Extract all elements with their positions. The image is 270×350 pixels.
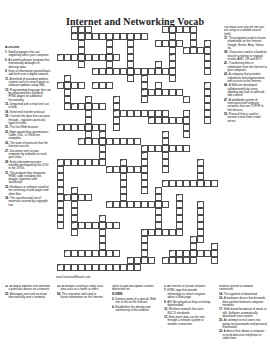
cell-number: 38 xyxy=(163,180,166,182)
clue-item: 54. The consumer tool used to locate inf… xyxy=(57,293,104,300)
grid-cell xyxy=(64,54,71,61)
cell-number: 35 xyxy=(121,159,124,161)
cell-number: 6 xyxy=(72,33,73,35)
clue-number: 41. xyxy=(224,61,229,65)
clue-item: 15. Unwanted junk e-mail sent out in bul… xyxy=(5,103,51,110)
clue-item: 10. Wireless network that uses 802.11 st… xyxy=(164,308,211,315)
grid-cell xyxy=(78,124,85,131)
grid-cell xyxy=(141,243,148,250)
cell-number: 28 xyxy=(58,124,61,126)
grid-cell xyxy=(78,61,85,68)
grid-cell xyxy=(176,222,183,229)
clue-item: 53. A network covering a small local are… xyxy=(57,285,104,292)
grid-cell xyxy=(155,194,162,201)
grid-cell xyxy=(57,187,64,194)
grid-cell xyxy=(204,47,211,54)
grid-cell xyxy=(92,54,99,61)
cell-number: 46 xyxy=(72,222,75,224)
grid-cell xyxy=(78,82,85,89)
grid-cell xyxy=(169,68,176,75)
grid-cell xyxy=(113,54,120,61)
grid-cell xyxy=(169,117,176,124)
grid-cell xyxy=(85,33,92,40)
clue-number: 46. xyxy=(224,83,229,87)
clue-item: 11. A method of providing website conten… xyxy=(5,78,51,88)
grid-cell xyxy=(197,166,204,173)
cell-number: 32 xyxy=(142,145,145,147)
clue-number: 16. xyxy=(219,296,224,300)
grid-cell xyxy=(155,145,162,152)
cell-number: 25 xyxy=(72,103,75,105)
clue-number: 8. xyxy=(164,300,167,304)
clue-number: 43. xyxy=(224,72,229,76)
grid-cell xyxy=(85,117,92,124)
grid-cell xyxy=(85,26,92,33)
grid-cell xyxy=(106,250,113,257)
clue-number: 27. xyxy=(5,149,10,153)
cell-number: 30 xyxy=(163,131,166,133)
grid-cell xyxy=(64,82,71,89)
grid-cell xyxy=(127,138,134,145)
grid-cell xyxy=(92,222,99,229)
grid-cell xyxy=(155,117,162,124)
clue-number: 10. xyxy=(164,307,169,311)
cell-number: 10 xyxy=(205,40,208,42)
cell-number: 17 xyxy=(142,75,145,77)
grid-cell xyxy=(190,40,197,47)
clue-column-bottom-5: network system or modem connection.14. T… xyxy=(219,285,267,346)
clue-continuation: can make sure that the site you are usin… xyxy=(224,26,268,36)
clue-number: 34. xyxy=(5,196,10,200)
grid-cell xyxy=(183,26,190,33)
grid-cell xyxy=(106,82,113,89)
clue-number: 47. xyxy=(224,98,229,102)
clue-item: 26. The suite of protocols that the Inte… xyxy=(5,142,51,149)
grid-cell xyxy=(176,26,183,33)
grid-cell xyxy=(176,250,183,257)
grid-cell xyxy=(106,47,113,54)
clue-section-header: DOWN xyxy=(112,293,158,297)
grid-cell xyxy=(78,264,85,271)
clue-section-header: ACROSS xyxy=(5,46,51,50)
grid-cell xyxy=(134,138,141,145)
grid-cell xyxy=(141,82,148,89)
grid-cell xyxy=(190,250,197,257)
grid-cell xyxy=(78,103,85,110)
clue-item: 37. The programs used to locate informat… xyxy=(224,37,268,50)
grid-cell xyxy=(169,75,176,82)
grid-cell xyxy=(64,159,71,166)
grid-cell xyxy=(141,173,148,180)
grid-cell xyxy=(155,110,162,117)
cell-number: 29 xyxy=(100,131,103,133)
clue-continuation: network system or modem connection. xyxy=(219,285,267,292)
grid-cell xyxy=(99,152,106,159)
grid-cell xyxy=(190,47,197,54)
grid-cell xyxy=(155,201,162,208)
clue-item: 51. A unique address that identifies a p… xyxy=(5,285,51,292)
grid-cell xyxy=(176,208,183,215)
grid-cell xyxy=(64,124,71,131)
clue-number: 37. xyxy=(224,36,229,40)
grid-cell xyxy=(71,215,78,222)
clue-number: 53. xyxy=(57,285,62,288)
grid-cell xyxy=(120,68,127,75)
grid-cell xyxy=(211,180,218,187)
grid-cell xyxy=(183,257,190,264)
grid-cell xyxy=(106,61,113,68)
clue-column-left: ACROSS1. Small programs that can negativ… xyxy=(5,46,51,273)
cell-number: 12 xyxy=(58,54,61,56)
grid-cell xyxy=(155,215,162,222)
clue-item: 2. Domain name of a specific Web site or… xyxy=(112,298,158,305)
grid-cell xyxy=(204,110,211,117)
clue-number: 31. xyxy=(5,171,10,175)
cell-number: 19 xyxy=(93,82,96,84)
grid-cell xyxy=(99,54,106,61)
grid-cell xyxy=(120,173,127,180)
clue-number: 9. xyxy=(5,69,8,73)
clue-item: 41. Transferring files or information fr… xyxy=(224,62,268,72)
grid-cell xyxy=(183,117,190,124)
grid-cell xyxy=(134,257,141,264)
clue-number: 15. xyxy=(5,102,10,106)
grid-cell xyxy=(141,257,148,264)
grid-cell xyxy=(176,215,183,222)
grid-cell xyxy=(71,82,78,89)
grid-cell xyxy=(204,103,211,110)
grid-cell xyxy=(148,110,155,117)
grid-cell xyxy=(113,201,120,208)
grid-cell xyxy=(85,131,92,138)
grid-cell xyxy=(183,110,190,117)
grid-cell xyxy=(141,159,148,166)
grid-cell xyxy=(78,222,85,229)
grid-cell xyxy=(204,61,211,68)
grid-cell xyxy=(113,103,120,110)
grid-cell xyxy=(141,236,148,243)
grid-cell xyxy=(71,229,78,236)
grid-cell xyxy=(148,68,155,75)
cell-number: 1 xyxy=(72,26,73,28)
grid-cell xyxy=(190,180,197,187)
clue-number: 52. xyxy=(5,292,10,296)
grid-cell xyxy=(71,264,78,271)
grid-cell xyxy=(57,173,64,180)
grid-cell xyxy=(141,110,148,117)
clue-number: 4. xyxy=(112,305,115,309)
cell-number: 34 xyxy=(58,159,61,161)
cell-number: 15 xyxy=(93,68,96,70)
grid-cell xyxy=(113,222,120,229)
grid-cell xyxy=(106,33,113,40)
grid-cell xyxy=(120,264,127,271)
grid-cell xyxy=(134,110,141,117)
grid-cell xyxy=(78,47,85,54)
grid-cell xyxy=(99,68,106,75)
clue-number: 1. xyxy=(5,50,8,54)
clue-item: 9. Units of information passed back and … xyxy=(5,70,51,77)
grid-cell xyxy=(64,103,71,110)
cell-number: 47 xyxy=(142,229,145,231)
grid-cell xyxy=(127,110,134,117)
cell-number: 51 xyxy=(170,250,173,252)
grid-cell xyxy=(190,33,197,40)
grid-cell xyxy=(204,96,211,103)
clue-item: 13. How much data can be sent through a … xyxy=(164,316,211,326)
cell-number: 52 xyxy=(128,257,131,259)
grid-cell xyxy=(92,264,99,271)
clue-item: 20. An attempt to trick users into givin… xyxy=(219,319,267,329)
cell-number: 54 xyxy=(58,264,61,266)
grid-cell xyxy=(169,89,176,96)
clue-item: 52. Messages sent and received electroni… xyxy=(5,293,51,300)
grid-cell xyxy=(183,250,190,257)
grid-cell xyxy=(99,222,106,229)
cell-number: 53 xyxy=(163,257,166,259)
grid-cell xyxy=(120,187,127,194)
grid-cell xyxy=(64,89,71,96)
cell-number: 4 xyxy=(170,26,171,28)
grid-cell xyxy=(141,180,148,187)
grid-cell xyxy=(57,201,64,208)
grid-cell xyxy=(78,159,85,166)
cell-number: 41 xyxy=(65,194,68,196)
grid-cell xyxy=(176,145,183,152)
grid-cell xyxy=(162,201,169,208)
clue-number: 51. xyxy=(5,285,10,288)
grid-cell xyxy=(162,229,169,236)
grid-cell xyxy=(155,229,162,236)
grid-cell xyxy=(106,68,113,75)
grid-cell xyxy=(71,54,78,61)
grid-cell xyxy=(113,33,120,40)
grid-cell xyxy=(176,89,183,96)
clue-column-right: can make sure that the site you are usin… xyxy=(224,26,268,245)
clue-item: 34. The unauthorized use of materials co… xyxy=(5,197,51,207)
clue-item: 46. A Web site developed collaboratively… xyxy=(224,84,268,97)
clue-continuation: users to add and update content, delete/… xyxy=(112,285,158,292)
clue-item: 6. A harmful software program that inten… xyxy=(5,59,51,69)
grid-cell xyxy=(99,264,106,271)
cell-number: 31 xyxy=(79,138,82,140)
clue-item: 1. Small programs that can negatively af… xyxy=(5,51,51,58)
grid-cell xyxy=(127,75,134,82)
grid-cell xyxy=(99,243,106,250)
grid-cell xyxy=(183,180,190,187)
grid-cell xyxy=(155,222,162,229)
grid-cell xyxy=(120,201,127,208)
grid-cell xyxy=(64,264,71,271)
grid-cell xyxy=(141,68,148,75)
clue-item: 19. Controls the data that can pass thro… xyxy=(5,115,51,125)
grid-cell xyxy=(78,194,85,201)
grid-cell xyxy=(57,215,64,222)
grid-cell xyxy=(190,243,197,250)
grid-cell xyxy=(197,47,204,54)
grid-cell xyxy=(92,103,99,110)
grid-cell xyxy=(113,250,120,257)
grid-cell xyxy=(162,110,169,117)
cell-number: 27 xyxy=(149,117,152,119)
grid-cell xyxy=(127,61,134,68)
grid-cell xyxy=(99,229,106,236)
grid-cell xyxy=(113,68,120,75)
cell-number: 21 xyxy=(142,89,145,91)
grid-cell xyxy=(106,264,113,271)
grid-cell xyxy=(85,194,92,201)
clue-number: 22. xyxy=(219,329,224,333)
grid-cell xyxy=(197,229,204,236)
grid-cell xyxy=(162,40,169,47)
clue-item: 16. A hardware device that forwards data… xyxy=(219,297,267,307)
grid-cell xyxy=(85,159,92,166)
grid-cell xyxy=(92,124,99,131)
clue-column-bottom-2: 53. A network covering a small local are… xyxy=(57,285,104,346)
cell-number: 18 xyxy=(58,82,61,84)
grid-cell xyxy=(162,159,169,166)
clue-number: 18. xyxy=(5,110,10,114)
grid-cell xyxy=(78,40,85,47)
grid-cell xyxy=(141,201,148,208)
clue-number: 26. xyxy=(5,141,10,145)
clue-item: 31. The program that integrates HTML cod… xyxy=(5,172,51,185)
grid-cell xyxy=(169,47,176,54)
grid-cell xyxy=(78,33,85,40)
clue-column-bottom-4: 5. An Internet or private network.7. HTM… xyxy=(164,285,211,346)
cell-number: 42 xyxy=(177,194,180,196)
clue-number: 38. xyxy=(224,50,229,54)
clue-item: 25. High-speed data transmission. Cable,… xyxy=(5,131,51,141)
grid-cell xyxy=(99,82,106,89)
clue-item: 12. Programming language that can be int… xyxy=(5,89,51,102)
grid-cell xyxy=(99,250,106,257)
clue-number: 20. xyxy=(219,318,224,322)
grid-cell xyxy=(155,68,162,75)
grid-cell xyxy=(204,180,211,187)
grid-cell xyxy=(106,138,113,145)
clue-item: 32. Hardware or software used for the ar… xyxy=(5,186,51,196)
clue-number: 12. xyxy=(5,88,10,92)
grid-cell xyxy=(71,201,78,208)
grid-cell xyxy=(169,257,176,264)
cell-number: 36 xyxy=(198,159,201,161)
cell-number: 43 xyxy=(107,201,110,203)
clue-number: 50. xyxy=(224,112,229,116)
grid-cell xyxy=(120,166,127,173)
grid-cell xyxy=(134,166,141,173)
grid-cell xyxy=(120,33,127,40)
grid-cell xyxy=(183,145,190,152)
grid-cell xyxy=(169,229,176,236)
clue-number: 17. xyxy=(219,307,224,311)
cell-number: 24 xyxy=(184,96,187,98)
cell-number: 5 xyxy=(191,26,192,28)
clue-number: 13. xyxy=(164,315,169,319)
grid-cell xyxy=(169,40,176,47)
grid-cell xyxy=(141,166,148,173)
grid-cell xyxy=(113,117,120,124)
grid-cell xyxy=(169,180,176,187)
grid-cell xyxy=(155,82,162,89)
grid-cell xyxy=(71,250,78,257)
grid-cell xyxy=(211,257,218,264)
grid-cell xyxy=(183,131,190,138)
grid-cell xyxy=(197,250,204,257)
grid-cell xyxy=(99,138,106,145)
clue-number: 14. xyxy=(219,292,224,296)
grid-cell xyxy=(99,33,106,40)
grid-cell xyxy=(162,145,169,152)
grid-cell xyxy=(197,180,204,187)
grid-cell xyxy=(85,222,92,229)
grid-cell xyxy=(176,201,183,208)
grid-cell xyxy=(127,68,134,75)
grid-cell xyxy=(92,33,99,40)
grid-cell xyxy=(148,145,155,152)
grid-cell xyxy=(134,33,141,40)
grid-cell xyxy=(64,96,71,103)
grid-cell xyxy=(99,124,106,131)
grid-cell xyxy=(57,194,64,201)
cell-number: 22 xyxy=(86,96,89,98)
cell-number: 2 xyxy=(79,26,80,28)
grid-cell xyxy=(99,236,106,243)
grid-cell xyxy=(197,173,204,180)
cell-number: 20 xyxy=(205,82,208,84)
crossword-worksheet-page: { "title": "Internet and Networking Voca… xyxy=(0,0,270,350)
grid-cell xyxy=(85,103,92,110)
grid-cell xyxy=(162,117,169,124)
grid-cell xyxy=(127,40,134,47)
grid-cell xyxy=(197,215,204,222)
grid-cell xyxy=(127,201,134,208)
clue-item: 7. HTML tags that provide information to… xyxy=(164,289,211,299)
grid-cell xyxy=(71,124,78,131)
grid-cell xyxy=(204,54,211,61)
grid-cell xyxy=(204,68,211,75)
grid-cell xyxy=(211,250,218,257)
cell-number: 39 xyxy=(72,187,75,189)
grid-cell xyxy=(120,180,127,187)
grid-cell xyxy=(148,201,155,208)
grid-cell xyxy=(155,208,162,215)
grid-cell xyxy=(176,40,183,47)
clue-item: 8. A/V files played as they are being do… xyxy=(164,301,211,308)
clue-item: 43. A company that provides individuals … xyxy=(224,73,268,83)
grid-cell xyxy=(127,54,134,61)
cell-number: 8 xyxy=(107,40,108,42)
clue-number: 21. xyxy=(5,125,10,129)
grid-cell xyxy=(134,68,141,75)
grid-cell xyxy=(169,145,176,152)
grid-cell xyxy=(113,124,120,131)
cell-number: 50 xyxy=(65,250,68,252)
grid-cell xyxy=(120,194,127,201)
grid-cell xyxy=(169,61,176,68)
cell-number: 40 xyxy=(156,187,159,189)
grid-cell xyxy=(176,257,183,264)
grid-cell xyxy=(99,145,106,152)
grid-cell xyxy=(78,54,85,61)
grid-cell xyxy=(162,26,169,33)
grid-cell xyxy=(134,201,141,208)
grid-cell xyxy=(85,264,92,271)
grid-cell xyxy=(197,236,204,243)
cell-number: 33 xyxy=(142,152,145,154)
cell-number: 13 xyxy=(170,54,173,56)
grid-cell xyxy=(99,103,106,110)
